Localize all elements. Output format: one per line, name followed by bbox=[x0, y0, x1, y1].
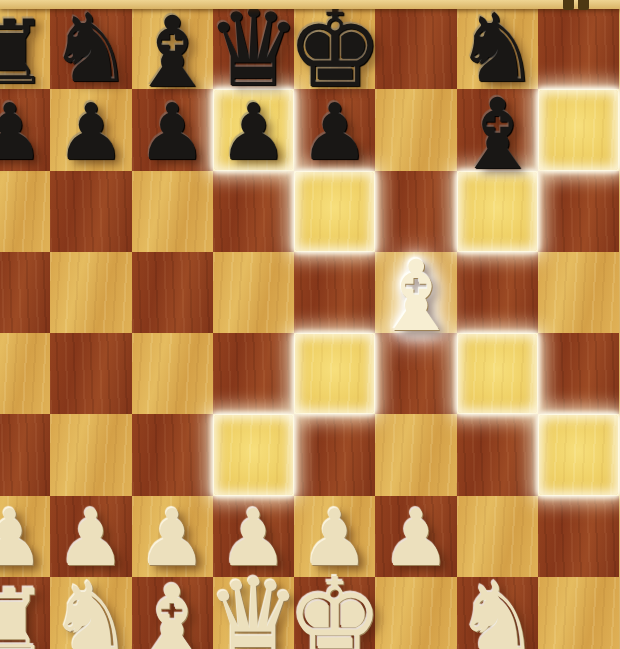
chessboard: ♜♞♝♛♚♞♟♟♟♟♟♝♝♟♟♟♟♟♟♜♞♝♛♚♞ bbox=[0, 8, 619, 649]
piece-white-knight-b1[interactable]: ♞ bbox=[48, 570, 133, 649]
square-g5[interactable] bbox=[457, 252, 538, 333]
square-g1[interactable]: ♞ bbox=[457, 577, 538, 649]
square-e1[interactable]: ♚ bbox=[294, 577, 375, 649]
square-a6[interactable] bbox=[0, 171, 50, 252]
square-c3[interactable] bbox=[132, 414, 213, 495]
square-c4[interactable] bbox=[132, 333, 213, 414]
piece-black-pawn-d7[interactable]: ♟ bbox=[219, 93, 289, 171]
piece-white-king-e1[interactable]: ♚ bbox=[286, 564, 383, 649]
square-h7[interactable] bbox=[538, 89, 619, 170]
square-e6[interactable] bbox=[294, 171, 375, 252]
piece-black-pawn-b7[interactable]: ♟ bbox=[56, 93, 126, 171]
square-e3[interactable] bbox=[294, 414, 375, 495]
square-d6[interactable] bbox=[213, 171, 294, 252]
piece-black-rook-a8[interactable]: ♜ bbox=[0, 9, 49, 97]
piece-white-bishop-c1[interactable]: ♝ bbox=[128, 572, 216, 649]
square-f2[interactable]: ♟ bbox=[375, 496, 456, 577]
piece-black-pawn-c7[interactable]: ♟ bbox=[137, 93, 207, 171]
square-a2[interactable]: ♟ bbox=[0, 496, 50, 577]
piece-black-pawn-e7[interactable]: ♟ bbox=[300, 93, 370, 171]
square-c1[interactable]: ♝ bbox=[132, 577, 213, 649]
square-a7[interactable]: ♟ bbox=[0, 89, 50, 170]
square-h3[interactable] bbox=[538, 414, 619, 495]
frame-letter-fragment-left-bar bbox=[563, 0, 574, 10]
piece-black-knight-b8[interactable]: ♞ bbox=[48, 1, 133, 96]
piece-white-knight-g1[interactable]: ♞ bbox=[455, 570, 540, 649]
square-h5[interactable] bbox=[538, 252, 619, 333]
square-a3[interactable] bbox=[0, 414, 50, 495]
square-d8[interactable]: ♛ bbox=[213, 8, 294, 89]
square-c5[interactable] bbox=[132, 252, 213, 333]
square-a1[interactable]: ♜ bbox=[0, 577, 50, 649]
square-b4[interactable] bbox=[50, 333, 131, 414]
square-e8[interactable]: ♚ bbox=[294, 8, 375, 89]
square-a4[interactable] bbox=[0, 333, 50, 414]
square-e4[interactable] bbox=[294, 333, 375, 414]
piece-white-rook-a1[interactable]: ♜ bbox=[0, 578, 49, 649]
square-h2[interactable] bbox=[538, 496, 619, 577]
square-b7[interactable]: ♟ bbox=[50, 89, 131, 170]
square-h6[interactable] bbox=[538, 171, 619, 252]
square-h8[interactable] bbox=[538, 8, 619, 89]
piece-white-pawn-a2[interactable]: ♟ bbox=[0, 499, 45, 577]
square-f8[interactable] bbox=[375, 8, 456, 89]
square-d1[interactable]: ♛ bbox=[213, 577, 294, 649]
square-c6[interactable] bbox=[132, 171, 213, 252]
square-d3[interactable] bbox=[213, 414, 294, 495]
square-g7[interactable]: ♝ bbox=[457, 89, 538, 170]
square-b3[interactable] bbox=[50, 414, 131, 495]
square-b5[interactable] bbox=[50, 252, 131, 333]
piece-black-pawn-a7[interactable]: ♟ bbox=[0, 93, 45, 171]
square-f3[interactable] bbox=[375, 414, 456, 495]
square-d7[interactable]: ♟ bbox=[213, 89, 294, 170]
square-a5[interactable] bbox=[0, 252, 50, 333]
square-c8[interactable]: ♝ bbox=[132, 8, 213, 89]
square-f7[interactable] bbox=[375, 89, 456, 170]
piece-white-pawn-f2[interactable]: ♟ bbox=[381, 499, 451, 577]
square-g3[interactable] bbox=[457, 414, 538, 495]
square-b8[interactable]: ♞ bbox=[50, 8, 131, 89]
frame-letter-fragment-right-bar bbox=[578, 0, 589, 10]
square-b1[interactable]: ♞ bbox=[50, 577, 131, 649]
piece-black-bishop-g7[interactable]: ♝ bbox=[453, 85, 541, 183]
piece-white-bishop-f5[interactable]: ♝ bbox=[372, 247, 460, 345]
square-d5[interactable] bbox=[213, 252, 294, 333]
square-b6[interactable] bbox=[50, 171, 131, 252]
square-h1[interactable] bbox=[538, 577, 619, 649]
chess-app-board-screenshot: ♜♞♝♛♚♞♟♟♟♟♟♝♝♟♟♟♟♟♟♜♞♝♛♚♞ bbox=[0, 0, 620, 649]
square-f1[interactable] bbox=[375, 577, 456, 649]
square-c7[interactable]: ♟ bbox=[132, 89, 213, 170]
square-e7[interactable]: ♟ bbox=[294, 89, 375, 170]
square-h4[interactable] bbox=[538, 333, 619, 414]
square-d4[interactable] bbox=[213, 333, 294, 414]
square-g4[interactable] bbox=[457, 333, 538, 414]
board-frame bbox=[0, 0, 620, 9]
square-e5[interactable] bbox=[294, 252, 375, 333]
square-a8[interactable]: ♜ bbox=[0, 8, 50, 89]
square-f5[interactable]: ♝ bbox=[375, 252, 456, 333]
